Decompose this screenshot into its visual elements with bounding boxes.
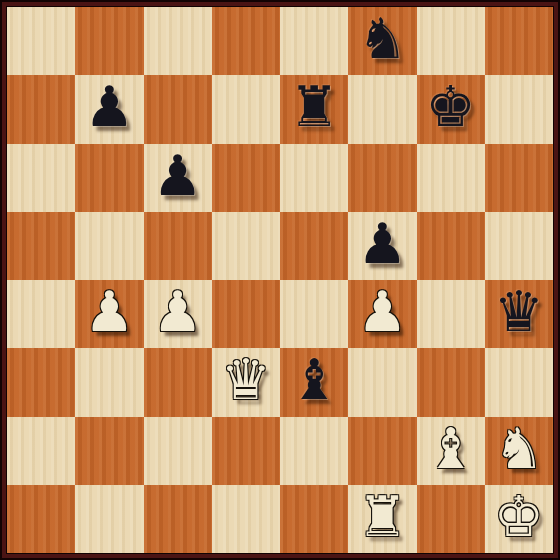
square-d5[interactable] xyxy=(212,212,280,280)
square-h2[interactable]: ♞ xyxy=(485,417,553,485)
square-c4[interactable]: ♟ xyxy=(144,280,212,348)
piece-black-pawn-b7[interactable]: ♟ xyxy=(84,79,134,135)
square-b1[interactable] xyxy=(75,485,143,553)
square-b3[interactable] xyxy=(75,348,143,416)
square-d1[interactable] xyxy=(212,485,280,553)
square-a6[interactable] xyxy=(7,144,75,212)
square-d2[interactable] xyxy=(212,417,280,485)
square-c8[interactable] xyxy=(144,7,212,75)
square-e1[interactable] xyxy=(280,485,348,553)
square-f7[interactable] xyxy=(348,75,416,143)
square-g2[interactable]: ♝ xyxy=(417,417,485,485)
square-d3[interactable]: ♛ xyxy=(212,348,280,416)
square-a2[interactable] xyxy=(7,417,75,485)
square-h1[interactable]: ♚ xyxy=(485,485,553,553)
chess-board: ♞♟♜♚♟♟♟♟♟♛♛♝♝♞♜♚ xyxy=(6,6,554,554)
square-b7[interactable]: ♟ xyxy=(75,75,143,143)
piece-black-pawn-f5[interactable]: ♟ xyxy=(357,216,407,272)
square-h7[interactable] xyxy=(485,75,553,143)
square-b5[interactable] xyxy=(75,212,143,280)
square-c1[interactable] xyxy=(144,485,212,553)
square-f5[interactable]: ♟ xyxy=(348,212,416,280)
square-f6[interactable] xyxy=(348,144,416,212)
piece-black-pawn-c6[interactable]: ♟ xyxy=(153,148,203,204)
square-h5[interactable] xyxy=(485,212,553,280)
square-b4[interactable]: ♟ xyxy=(75,280,143,348)
square-g6[interactable] xyxy=(417,144,485,212)
square-g7[interactable]: ♚ xyxy=(417,75,485,143)
piece-white-queen-d3[interactable]: ♛ xyxy=(221,352,271,408)
piece-white-rook-f1[interactable]: ♜ xyxy=(357,489,407,545)
square-d8[interactable] xyxy=(212,7,280,75)
piece-white-king-h1[interactable]: ♚ xyxy=(494,489,544,545)
square-f2[interactable] xyxy=(348,417,416,485)
square-f3[interactable] xyxy=(348,348,416,416)
square-e6[interactable] xyxy=(280,144,348,212)
square-b6[interactable] xyxy=(75,144,143,212)
square-e4[interactable] xyxy=(280,280,348,348)
square-c2[interactable] xyxy=(144,417,212,485)
square-f4[interactable]: ♟ xyxy=(348,280,416,348)
square-e5[interactable] xyxy=(280,212,348,280)
square-h6[interactable] xyxy=(485,144,553,212)
square-c3[interactable] xyxy=(144,348,212,416)
piece-white-pawn-f4[interactable]: ♟ xyxy=(357,284,407,340)
board-frame: ♞♟♜♚♟♟♟♟♟♛♛♝♝♞♜♚ xyxy=(0,0,560,560)
piece-white-bishop-g2[interactable]: ♝ xyxy=(426,421,476,477)
piece-white-pawn-c4[interactable]: ♟ xyxy=(153,284,203,340)
piece-white-pawn-b4[interactable]: ♟ xyxy=(84,284,134,340)
square-c5[interactable] xyxy=(144,212,212,280)
square-a5[interactable] xyxy=(7,212,75,280)
square-g3[interactable] xyxy=(417,348,485,416)
square-e2[interactable] xyxy=(280,417,348,485)
square-g4[interactable] xyxy=(417,280,485,348)
piece-black-rook-e7[interactable]: ♜ xyxy=(289,79,339,135)
square-b8[interactable] xyxy=(75,7,143,75)
square-f1[interactable]: ♜ xyxy=(348,485,416,553)
square-h8[interactable] xyxy=(485,7,553,75)
square-e3[interactable]: ♝ xyxy=(280,348,348,416)
square-e8[interactable] xyxy=(280,7,348,75)
square-g8[interactable] xyxy=(417,7,485,75)
piece-black-bishop-e3[interactable]: ♝ xyxy=(289,352,339,408)
square-a1[interactable] xyxy=(7,485,75,553)
piece-black-queen-h4[interactable]: ♛ xyxy=(494,284,544,340)
square-e7[interactable]: ♜ xyxy=(280,75,348,143)
square-b2[interactable] xyxy=(75,417,143,485)
square-f8[interactable]: ♞ xyxy=(348,7,416,75)
square-g1[interactable] xyxy=(417,485,485,553)
square-c7[interactable] xyxy=(144,75,212,143)
square-a7[interactable] xyxy=(7,75,75,143)
square-d6[interactable] xyxy=(212,144,280,212)
square-a4[interactable] xyxy=(7,280,75,348)
square-h4[interactable]: ♛ xyxy=(485,280,553,348)
square-g5[interactable] xyxy=(417,212,485,280)
square-a3[interactable] xyxy=(7,348,75,416)
square-h3[interactable] xyxy=(485,348,553,416)
square-a8[interactable] xyxy=(7,7,75,75)
square-d7[interactable] xyxy=(212,75,280,143)
square-c6[interactable]: ♟ xyxy=(144,144,212,212)
piece-black-king-g7[interactable]: ♚ xyxy=(426,79,476,135)
piece-black-knight-f8[interactable]: ♞ xyxy=(357,11,407,67)
piece-white-knight-h2[interactable]: ♞ xyxy=(494,421,544,477)
square-d4[interactable] xyxy=(212,280,280,348)
